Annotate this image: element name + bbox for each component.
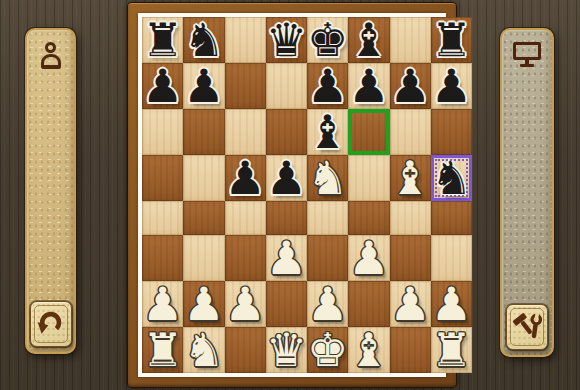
square-b2[interactable]: ♟	[183, 281, 224, 327]
hammer-wrench-tools-icon	[512, 312, 542, 342]
square-f7[interactable]: ♟	[348, 63, 389, 109]
piece-black-bishop[interactable]: ♝	[348, 17, 389, 63]
square-h8[interactable]: ♜	[431, 17, 472, 63]
piece-white-knight[interactable]: ♞	[183, 327, 224, 373]
square-d6[interactable]	[266, 109, 307, 155]
piece-white-pawn[interactable]: ♟	[431, 281, 472, 327]
piece-black-pawn[interactable]: ♟	[266, 155, 307, 201]
piece-white-rook[interactable]: ♜	[142, 327, 183, 373]
square-h4[interactable]	[431, 201, 472, 235]
square-d4[interactable]	[266, 201, 307, 235]
square-f2[interactable]	[348, 281, 389, 327]
chess-board-frame: ♜♞♛♚♝♜♟♟♟♟♟♟♝♟♟♞♝♞♟♟♟♟♟♟♟♟♜♞♛♚♝♜	[127, 2, 457, 388]
square-b4[interactable]	[183, 201, 224, 235]
square-g8[interactable]	[390, 17, 431, 63]
square-c2[interactable]: ♟	[225, 281, 266, 327]
square-g6[interactable]	[390, 109, 431, 155]
piece-black-pawn[interactable]: ♟	[431, 63, 472, 109]
piece-white-pawn[interactable]: ♟	[307, 281, 348, 327]
square-h1[interactable]: ♜	[431, 327, 472, 373]
square-b7[interactable]: ♟	[183, 63, 224, 109]
square-h5[interactable]: ♞	[431, 155, 472, 201]
piece-black-rook[interactable]: ♜	[431, 17, 472, 63]
square-g7[interactable]: ♟	[390, 63, 431, 109]
board-grid: ♜♞♛♚♝♜♟♟♟♟♟♟♝♟♟♞♝♞♟♟♟♟♟♟♟♟♜♞♛♚♝♜	[142, 17, 442, 373]
square-d7[interactable]	[266, 63, 307, 109]
square-d1[interactable]: ♛	[266, 327, 307, 373]
piece-white-pawn[interactable]: ♟	[348, 235, 389, 281]
piece-white-knight[interactable]: ♞	[307, 155, 348, 201]
square-a4[interactable]	[142, 201, 183, 235]
square-b5[interactable]	[183, 155, 224, 201]
square-h6[interactable]	[431, 109, 472, 155]
square-a8[interactable]: ♜	[142, 17, 183, 63]
square-h2[interactable]: ♟	[431, 281, 472, 327]
square-c6[interactable]	[225, 109, 266, 155]
square-e7[interactable]: ♟	[307, 63, 348, 109]
square-c5[interactable]: ♟	[225, 155, 266, 201]
piece-black-bishop[interactable]: ♝	[307, 109, 348, 155]
computer-monitor-icon	[513, 42, 541, 69]
square-a2[interactable]: ♟	[142, 281, 183, 327]
piece-white-bishop[interactable]: ♝	[348, 327, 389, 373]
computer-capture-tray	[500, 28, 554, 357]
square-d5[interactable]: ♟	[266, 155, 307, 201]
square-d3[interactable]: ♟	[266, 235, 307, 281]
piece-white-pawn[interactable]: ♟	[390, 281, 431, 327]
square-g5[interactable]: ♝	[390, 155, 431, 201]
piece-black-pawn[interactable]: ♟	[183, 63, 224, 109]
computer-monitor-icon-base	[520, 64, 534, 67]
human-player-icon	[40, 42, 62, 71]
square-d8[interactable]: ♛	[266, 17, 307, 63]
square-e6[interactable]: ♝	[307, 109, 348, 155]
computer-monitor-icon-screen	[513, 42, 541, 60]
human-player-icon-head	[45, 42, 56, 53]
square-e5[interactable]: ♞	[307, 155, 348, 201]
piece-white-king[interactable]: ♚	[307, 327, 348, 373]
piece-white-pawn[interactable]: ♟	[183, 281, 224, 327]
square-e4[interactable]	[307, 201, 348, 235]
player-capture-tray	[25, 28, 76, 354]
piece-black-pawn[interactable]: ♟	[390, 63, 431, 109]
square-d2[interactable]	[266, 281, 307, 327]
square-a7[interactable]: ♟	[142, 63, 183, 109]
square-b3[interactable]	[183, 235, 224, 281]
square-a3[interactable]	[142, 235, 183, 281]
square-b6[interactable]	[183, 109, 224, 155]
square-f8[interactable]: ♝	[348, 17, 389, 63]
square-c3[interactable]	[225, 235, 266, 281]
undo-button[interactable]	[30, 301, 72, 347]
piece-white-pawn[interactable]: ♟	[225, 281, 266, 327]
square-a1[interactable]: ♜	[142, 327, 183, 373]
square-b1[interactable]: ♞	[183, 327, 224, 373]
square-e8[interactable]: ♚	[307, 17, 348, 63]
piece-white-bishop[interactable]: ♝	[390, 155, 431, 201]
piece-black-pawn[interactable]: ♟	[307, 63, 348, 109]
square-g2[interactable]: ♟	[390, 281, 431, 327]
square-a5[interactable]	[142, 155, 183, 201]
square-f1[interactable]: ♝	[348, 327, 389, 373]
undo-arrow-icon	[36, 309, 66, 339]
square-h3[interactable]	[431, 235, 472, 281]
square-c7[interactable]	[225, 63, 266, 109]
square-e3[interactable]	[307, 235, 348, 281]
square-f6[interactable]	[348, 109, 389, 155]
piece-black-pawn[interactable]: ♟	[225, 155, 266, 201]
settings-button[interactable]	[506, 304, 548, 350]
app-background: ♜♞♛♚♝♜♟♟♟♟♟♟♝♟♟♞♝♞♟♟♟♟♟♟♟♟♜♞♛♚♝♜	[0, 0, 580, 390]
square-f5[interactable]	[348, 155, 389, 201]
human-player-icon-torso	[41, 54, 61, 69]
square-a6[interactable]	[142, 109, 183, 155]
square-f3[interactable]: ♟	[348, 235, 389, 281]
piece-black-pawn[interactable]: ♟	[348, 63, 389, 109]
piece-black-rook[interactable]: ♜	[142, 17, 183, 63]
square-e2[interactable]: ♟	[307, 281, 348, 327]
piece-white-queen[interactable]: ♛	[266, 327, 307, 373]
piece-white-pawn[interactable]: ♟	[266, 235, 307, 281]
square-b8[interactable]: ♞	[183, 17, 224, 63]
square-c4[interactable]	[225, 201, 266, 235]
board-inner-border: ♜♞♛♚♝♜♟♟♟♟♟♟♝♟♟♞♝♞♟♟♟♟♟♟♟♟♜♞♛♚♝♜	[138, 13, 446, 377]
piece-black-king[interactable]: ♚	[307, 17, 348, 63]
square-c1[interactable]	[225, 327, 266, 373]
piece-black-knight[interactable]: ♞	[431, 155, 472, 201]
piece-black-pawn[interactable]: ♟	[142, 63, 183, 109]
piece-black-queen[interactable]: ♛	[266, 17, 307, 63]
piece-white-rook[interactable]: ♜	[431, 327, 472, 373]
piece-black-knight[interactable]: ♞	[183, 17, 224, 63]
square-g3[interactable]	[390, 235, 431, 281]
square-c8[interactable]	[225, 17, 266, 63]
square-f4[interactable]	[348, 201, 389, 235]
square-g1[interactable]	[390, 327, 431, 373]
square-e1[interactable]: ♚	[307, 327, 348, 373]
piece-white-pawn[interactable]: ♟	[142, 281, 183, 327]
square-g4[interactable]	[390, 201, 431, 235]
square-h7[interactable]: ♟	[431, 63, 472, 109]
